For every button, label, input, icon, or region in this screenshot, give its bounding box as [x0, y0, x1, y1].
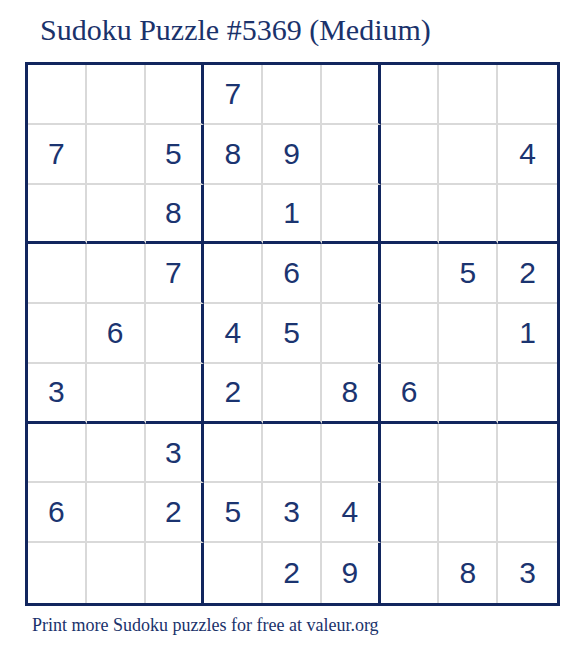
cell-r7c7: [381, 424, 440, 484]
cell-r4c6: [322, 244, 381, 304]
cell-r4c2: [87, 244, 146, 304]
cell-r5c3: [146, 304, 205, 364]
cell-r3c9: [498, 185, 557, 245]
cell-r7c2: [87, 424, 146, 484]
cell-r9c1: [28, 543, 87, 603]
cell-r5c8: [439, 304, 498, 364]
cell-r2c6: [322, 125, 381, 185]
cell-r5c1: [28, 304, 87, 364]
cell-r7c1: [28, 424, 87, 484]
cell-r4c3: 7: [146, 244, 205, 304]
cell-r2c2: [87, 125, 146, 185]
footer-text: Print more Sudoku puzzles for free at va…: [32, 615, 379, 636]
cell-r5c4: 4: [204, 304, 263, 364]
cell-r1c7: [381, 65, 440, 125]
cell-r5c7: [381, 304, 440, 364]
cell-r7c3: 3: [146, 424, 205, 484]
sudoku-board: 775894817652645132863625342983: [25, 62, 560, 606]
cell-r6c8: [439, 364, 498, 424]
cell-r2c1: 7: [28, 125, 87, 185]
cell-r1c1: [28, 65, 87, 125]
page-title: Sudoku Puzzle #5369 (Medium): [40, 13, 431, 47]
cell-r4c8: 5: [439, 244, 498, 304]
cell-r8c5: 3: [263, 483, 322, 543]
cell-r9c2: [87, 543, 146, 603]
cell-r3c1: [28, 185, 87, 245]
cell-r3c6: [322, 185, 381, 245]
cell-r3c3: 8: [146, 185, 205, 245]
cell-r6c5: [263, 364, 322, 424]
cell-r6c2: [87, 364, 146, 424]
cell-r7c8: [439, 424, 498, 484]
cell-r3c4: [204, 185, 263, 245]
cell-r5c6: [322, 304, 381, 364]
cell-r3c5: 1: [263, 185, 322, 245]
cell-r6c6: 8: [322, 364, 381, 424]
sudoku-page: Sudoku Puzzle #5369 (Medium) 77589481765…: [0, 0, 574, 651]
cell-r9c9: 3: [498, 543, 557, 603]
cell-r3c7: [381, 185, 440, 245]
cell-r4c1: [28, 244, 87, 304]
cell-r8c4: 5: [204, 483, 263, 543]
cell-r8c2: [87, 483, 146, 543]
cell-r2c9: 4: [498, 125, 557, 185]
cell-r9c6: 9: [322, 543, 381, 603]
cell-r4c9: 2: [498, 244, 557, 304]
cell-r5c9: 1: [498, 304, 557, 364]
cell-r3c8: [439, 185, 498, 245]
cell-r1c8: [439, 65, 498, 125]
cell-r1c5: [263, 65, 322, 125]
cell-r6c9: [498, 364, 557, 424]
cell-r6c4: 2: [204, 364, 263, 424]
cell-r1c6: [322, 65, 381, 125]
cell-r8c8: [439, 483, 498, 543]
cell-r1c4: 7: [204, 65, 263, 125]
cell-r7c4: [204, 424, 263, 484]
cell-r5c2: 6: [87, 304, 146, 364]
cell-r2c8: [439, 125, 498, 185]
cell-r1c3: [146, 65, 205, 125]
cell-r2c5: 9: [263, 125, 322, 185]
cell-r3c2: [87, 185, 146, 245]
cell-r9c5: 2: [263, 543, 322, 603]
cell-r1c9: [498, 65, 557, 125]
cell-r1c2: [87, 65, 146, 125]
cell-r8c9: [498, 483, 557, 543]
cell-r6c7: 6: [381, 364, 440, 424]
cell-r8c3: 2: [146, 483, 205, 543]
cell-r5c5: 5: [263, 304, 322, 364]
cell-r4c5: 6: [263, 244, 322, 304]
cell-r8c1: 6: [28, 483, 87, 543]
cell-r2c4: 8: [204, 125, 263, 185]
cell-r6c1: 3: [28, 364, 87, 424]
cell-r4c4: [204, 244, 263, 304]
cell-r2c7: [381, 125, 440, 185]
cell-r7c6: [322, 424, 381, 484]
cell-r8c7: [381, 483, 440, 543]
cell-r9c8: 8: [439, 543, 498, 603]
cell-r9c4: [204, 543, 263, 603]
cell-r7c9: [498, 424, 557, 484]
cell-r9c7: [381, 543, 440, 603]
cell-r4c7: [381, 244, 440, 304]
cell-r9c3: [146, 543, 205, 603]
cell-r7c5: [263, 424, 322, 484]
cell-r2c3: 5: [146, 125, 205, 185]
cell-r6c3: [146, 364, 205, 424]
cell-r8c6: 4: [322, 483, 381, 543]
